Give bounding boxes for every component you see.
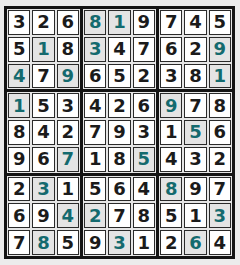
cell-r7c9[interactable]: 7 xyxy=(209,177,231,202)
cell-r2c4[interactable]: 3 xyxy=(84,37,106,62)
cell-r9c5[interactable]: 3 xyxy=(108,230,130,255)
cell-r6c7[interactable]: 4 xyxy=(160,147,182,172)
box-4: 153842967 xyxy=(7,92,80,172)
cell-r8c8[interactable]: 1 xyxy=(184,203,206,228)
cell-r1c8[interactable]: 4 xyxy=(184,10,206,35)
cell-r7c5[interactable]: 6 xyxy=(108,177,130,202)
cell-r4c9[interactable]: 8 xyxy=(209,93,231,118)
box-2: 819347652 xyxy=(83,9,156,89)
cell-r5c9[interactable]: 6 xyxy=(209,120,231,145)
cell-r2c2[interactable]: 1 xyxy=(32,37,54,62)
cell-r9c6[interactable]: 1 xyxy=(133,230,155,255)
cell-r6c9[interactable]: 2 xyxy=(209,147,231,172)
cell-r8c2[interactable]: 9 xyxy=(32,203,54,228)
cell-r8c5[interactable]: 7 xyxy=(108,203,130,228)
cell-r9c4[interactable]: 9 xyxy=(84,230,106,255)
cell-r1c5[interactable]: 1 xyxy=(108,10,130,35)
cell-r8c6[interactable]: 8 xyxy=(133,203,155,228)
cell-r4c8[interactable]: 7 xyxy=(184,93,206,118)
box-7: 231694785 xyxy=(7,176,80,256)
cell-r1c9[interactable]: 5 xyxy=(209,10,231,35)
box-3: 745629381 xyxy=(159,9,232,89)
cell-r4c1[interactable]: 1 xyxy=(8,93,30,118)
cell-r1c7[interactable]: 7 xyxy=(160,10,182,35)
cell-r5c2[interactable]: 4 xyxy=(32,120,54,145)
cell-r9c1[interactable]: 7 xyxy=(8,230,30,255)
sudoku-page: 3265184798193476527456293811538429674267… xyxy=(0,0,240,265)
cell-r3c9[interactable]: 1 xyxy=(209,64,231,89)
cell-r2c9[interactable]: 9 xyxy=(209,37,231,62)
cell-r8c7[interactable]: 5 xyxy=(160,203,182,228)
cell-r7c8[interactable]: 9 xyxy=(184,177,206,202)
cell-r3c6[interactable]: 2 xyxy=(133,64,155,89)
cell-r1c1[interactable]: 3 xyxy=(8,10,30,35)
box-8: 564278931 xyxy=(83,176,156,256)
box-6: 978156432 xyxy=(159,92,232,172)
cell-r5c3[interactable]: 2 xyxy=(57,120,79,145)
cell-r6c4[interactable]: 1 xyxy=(84,147,106,172)
cell-r3c4[interactable]: 6 xyxy=(84,64,106,89)
cell-r8c9[interactable]: 3 xyxy=(209,203,231,228)
box-9: 897513264 xyxy=(159,176,232,256)
cell-r9c9[interactable]: 4 xyxy=(209,230,231,255)
cell-r2c7[interactable]: 6 xyxy=(160,37,182,62)
cell-r3c2[interactable]: 7 xyxy=(32,64,54,89)
cell-r6c8[interactable]: 3 xyxy=(184,147,206,172)
cell-r2c5[interactable]: 4 xyxy=(108,37,130,62)
cell-r5c5[interactable]: 9 xyxy=(108,120,130,145)
cell-r5c1[interactable]: 8 xyxy=(8,120,30,145)
cell-r7c4[interactable]: 5 xyxy=(84,177,106,202)
cell-r1c6[interactable]: 9 xyxy=(133,10,155,35)
box-1: 326518479 xyxy=(7,9,80,89)
cell-r1c4[interactable]: 8 xyxy=(84,10,106,35)
cell-r6c2[interactable]: 6 xyxy=(32,147,54,172)
cell-r2c6[interactable]: 7 xyxy=(133,37,155,62)
cell-r7c2[interactable]: 3 xyxy=(32,177,54,202)
cell-r4c6[interactable]: 6 xyxy=(133,93,155,118)
cell-r4c4[interactable]: 4 xyxy=(84,93,106,118)
cell-r4c7[interactable]: 9 xyxy=(160,93,182,118)
cell-r6c1[interactable]: 9 xyxy=(8,147,30,172)
cell-r4c2[interactable]: 5 xyxy=(32,93,54,118)
cell-r6c5[interactable]: 8 xyxy=(108,147,130,172)
cell-r8c1[interactable]: 6 xyxy=(8,203,30,228)
cell-r3c7[interactable]: 3 xyxy=(160,64,182,89)
cell-r3c5[interactable]: 5 xyxy=(108,64,130,89)
cell-r7c7[interactable]: 8 xyxy=(160,177,182,202)
cell-r2c3[interactable]: 8 xyxy=(57,37,79,62)
cell-r5c6[interactable]: 3 xyxy=(133,120,155,145)
cell-r5c7[interactable]: 1 xyxy=(160,120,182,145)
cell-r3c8[interactable]: 8 xyxy=(184,64,206,89)
cell-r8c3[interactable]: 4 xyxy=(57,203,79,228)
cell-r4c3[interactable]: 3 xyxy=(57,93,79,118)
cell-r9c2[interactable]: 8 xyxy=(32,230,54,255)
cell-r1c2[interactable]: 2 xyxy=(32,10,54,35)
cell-r9c8[interactable]: 6 xyxy=(184,230,206,255)
cell-r7c1[interactable]: 2 xyxy=(8,177,30,202)
cell-r7c3[interactable]: 1 xyxy=(57,177,79,202)
cell-r1c3[interactable]: 6 xyxy=(57,10,79,35)
cell-r3c3[interactable]: 9 xyxy=(57,64,79,89)
sudoku-board: 3265184798193476527456293811538429674267… xyxy=(4,6,235,259)
cell-r3c1[interactable]: 4 xyxy=(8,64,30,89)
cell-r2c8[interactable]: 2 xyxy=(184,37,206,62)
cell-r6c6[interactable]: 5 xyxy=(133,147,155,172)
cell-r6c3[interactable]: 7 xyxy=(57,147,79,172)
cell-r4c5[interactable]: 2 xyxy=(108,93,130,118)
cell-r2c1[interactable]: 5 xyxy=(8,37,30,62)
cell-r9c7[interactable]: 2 xyxy=(160,230,182,255)
box-5: 426793185 xyxy=(83,92,156,172)
cell-r9c3[interactable]: 5 xyxy=(57,230,79,255)
cell-r5c8[interactable]: 5 xyxy=(184,120,206,145)
cell-r8c4[interactable]: 2 xyxy=(84,203,106,228)
cell-r5c4[interactable]: 7 xyxy=(84,120,106,145)
cell-r7c6[interactable]: 4 xyxy=(133,177,155,202)
